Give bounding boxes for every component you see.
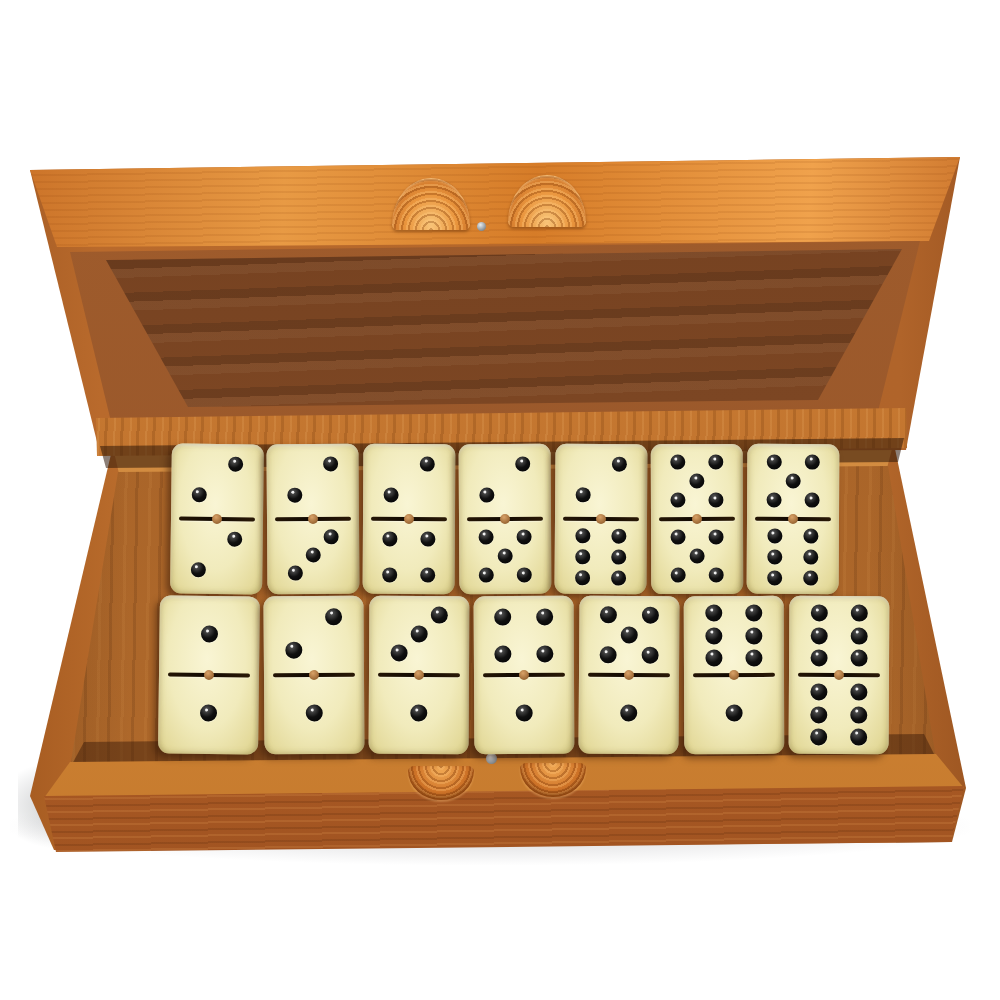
pip — [478, 530, 493, 545]
pip — [391, 644, 408, 661]
pip — [620, 704, 637, 721]
pip — [494, 608, 511, 625]
pip — [575, 487, 590, 502]
pip — [612, 549, 627, 564]
domino-half-top — [159, 595, 260, 675]
pip — [851, 649, 868, 666]
pip — [670, 568, 685, 583]
pip — [851, 605, 868, 622]
pip — [705, 627, 722, 644]
domino-half-top — [171, 443, 264, 519]
pip — [536, 646, 553, 663]
domino-3-1[interactable] — [369, 596, 470, 755]
domino-half-bottom — [369, 675, 469, 755]
pip — [804, 570, 819, 585]
domino-2-1[interactable] — [263, 596, 364, 755]
pip — [517, 529, 532, 544]
domino-5-5[interactable] — [651, 444, 744, 594]
pip — [478, 568, 493, 583]
domino-half-top — [369, 596, 469, 676]
pip — [382, 531, 397, 546]
pip — [850, 706, 867, 723]
domino-4-1[interactable] — [474, 596, 575, 755]
pip — [325, 608, 342, 625]
pip — [285, 641, 302, 658]
pip — [810, 728, 827, 745]
pip — [420, 567, 435, 582]
pip — [498, 548, 513, 563]
pip — [805, 455, 820, 470]
pip — [516, 456, 531, 471]
divider-line — [798, 673, 880, 677]
pip — [516, 704, 533, 721]
divider-line — [275, 517, 350, 522]
domino-half-bottom — [651, 519, 743, 594]
pip — [804, 549, 819, 564]
spinner-pin — [414, 670, 424, 680]
divider-line — [755, 517, 830, 521]
pip — [410, 704, 427, 721]
domino-half-bottom — [747, 519, 839, 594]
pip — [709, 529, 724, 544]
pip — [306, 704, 323, 721]
pip — [766, 454, 781, 469]
domino-6-6[interactable] — [789, 596, 890, 755]
pip — [745, 605, 762, 622]
screenshot-root — [0, 0, 1000, 1000]
domino-half-bottom — [578, 675, 679, 755]
pip — [382, 567, 397, 582]
divider-line — [563, 517, 638, 522]
domino-2-6[interactable] — [554, 444, 647, 595]
pip — [201, 625, 218, 642]
domino-half-bottom — [363, 519, 455, 594]
pip — [228, 531, 243, 546]
spinner-pin — [519, 670, 529, 680]
front-row — [159, 596, 889, 754]
pip — [431, 607, 448, 624]
pip — [200, 704, 217, 721]
domino-half-bottom — [264, 675, 365, 755]
spinner-pin — [788, 514, 798, 524]
domino-5-1[interactable] — [578, 596, 679, 755]
spinner-pin — [834, 670, 844, 680]
pip — [810, 684, 827, 701]
pip — [421, 531, 436, 546]
pip — [709, 454, 724, 469]
back-row — [171, 444, 839, 594]
pip — [642, 607, 659, 624]
divider-line — [378, 673, 460, 677]
spinner-pin — [212, 514, 222, 524]
spinner-pin — [624, 670, 634, 680]
pip — [611, 570, 626, 585]
domino-half-bottom — [267, 519, 360, 595]
pip — [383, 487, 398, 502]
pip — [705, 649, 722, 666]
pip — [709, 568, 724, 583]
spinner-pin — [596, 514, 606, 524]
spinner-pin — [729, 670, 739, 680]
domino-half-top — [266, 444, 359, 520]
pip — [517, 568, 532, 583]
domino-2-2[interactable] — [170, 443, 264, 594]
pip — [642, 647, 659, 664]
pip — [191, 487, 206, 502]
pip — [306, 547, 321, 562]
domino-half-top — [684, 596, 784, 675]
divider-line — [371, 517, 446, 521]
pip — [805, 493, 820, 508]
domino-half-top — [747, 444, 839, 519]
pip — [612, 528, 627, 543]
spinner-pin — [308, 514, 318, 524]
pip — [536, 608, 553, 625]
divider-line — [588, 673, 670, 678]
pip — [850, 728, 867, 745]
pip — [324, 529, 339, 544]
pip — [709, 493, 724, 508]
divider-line — [693, 673, 775, 677]
front-metal-pin — [486, 753, 497, 764]
domino-half-top — [555, 444, 648, 520]
pip — [689, 473, 704, 488]
pip — [726, 704, 743, 721]
divider-line — [483, 673, 565, 677]
pip — [690, 548, 705, 563]
domino-half-bottom — [170, 518, 263, 594]
domino-half-top — [651, 444, 743, 519]
pip — [745, 649, 762, 666]
domino-half-top — [263, 596, 364, 676]
domino-2-3[interactable] — [266, 444, 359, 595]
pip — [600, 606, 617, 623]
domino-half-top — [459, 444, 551, 519]
pip — [851, 627, 868, 644]
pip — [479, 488, 494, 503]
domino-half-top — [363, 444, 455, 519]
pip — [670, 455, 685, 470]
pip — [811, 649, 828, 666]
domino-half-bottom — [554, 519, 647, 595]
domino-half-bottom — [474, 675, 574, 755]
pip — [670, 493, 685, 508]
pip — [811, 627, 828, 644]
domino-half-bottom — [789, 675, 889, 755]
pip — [786, 473, 801, 488]
divider-line — [467, 517, 542, 521]
pip — [850, 684, 867, 701]
pip — [766, 493, 781, 508]
pip — [190, 562, 205, 577]
spinner-pin — [692, 514, 702, 524]
domino-half-top — [474, 596, 574, 676]
pip — [575, 528, 590, 543]
pip — [600, 647, 617, 664]
domino-half-bottom — [158, 674, 259, 754]
pip — [575, 570, 590, 585]
spinner-pin — [404, 514, 414, 524]
divider-line — [659, 517, 734, 521]
pip — [323, 456, 338, 471]
pip — [767, 570, 782, 585]
domino-half-top — [579, 596, 680, 676]
spinner-pin — [309, 670, 319, 680]
pip — [767, 528, 782, 543]
domino-2-5[interactable] — [459, 444, 552, 594]
pip — [621, 626, 638, 643]
domino-half-bottom — [684, 675, 784, 754]
domino-half-bottom — [459, 519, 551, 594]
pip — [411, 625, 428, 642]
pip — [705, 605, 722, 622]
divider-line — [273, 673, 355, 678]
pip — [810, 706, 827, 723]
domino-1-1[interactable] — [158, 595, 260, 754]
domino-5-6[interactable] — [747, 444, 840, 594]
pip — [228, 456, 243, 471]
pip — [767, 549, 782, 564]
pip — [494, 646, 511, 663]
pip — [612, 456, 627, 471]
spinner-pin — [204, 670, 214, 680]
pip — [575, 549, 590, 564]
pip — [287, 488, 302, 503]
pip — [745, 627, 762, 644]
pip — [670, 530, 685, 545]
pip — [804, 528, 819, 543]
pip — [287, 566, 302, 581]
pip — [811, 605, 828, 622]
lid-catch-pin — [477, 222, 486, 231]
domino-half-top — [789, 596, 889, 676]
domino-2-4[interactable] — [363, 444, 456, 594]
pip — [420, 456, 435, 471]
spinner-pin — [500, 514, 510, 524]
domino-6-1[interactable] — [684, 596, 785, 754]
